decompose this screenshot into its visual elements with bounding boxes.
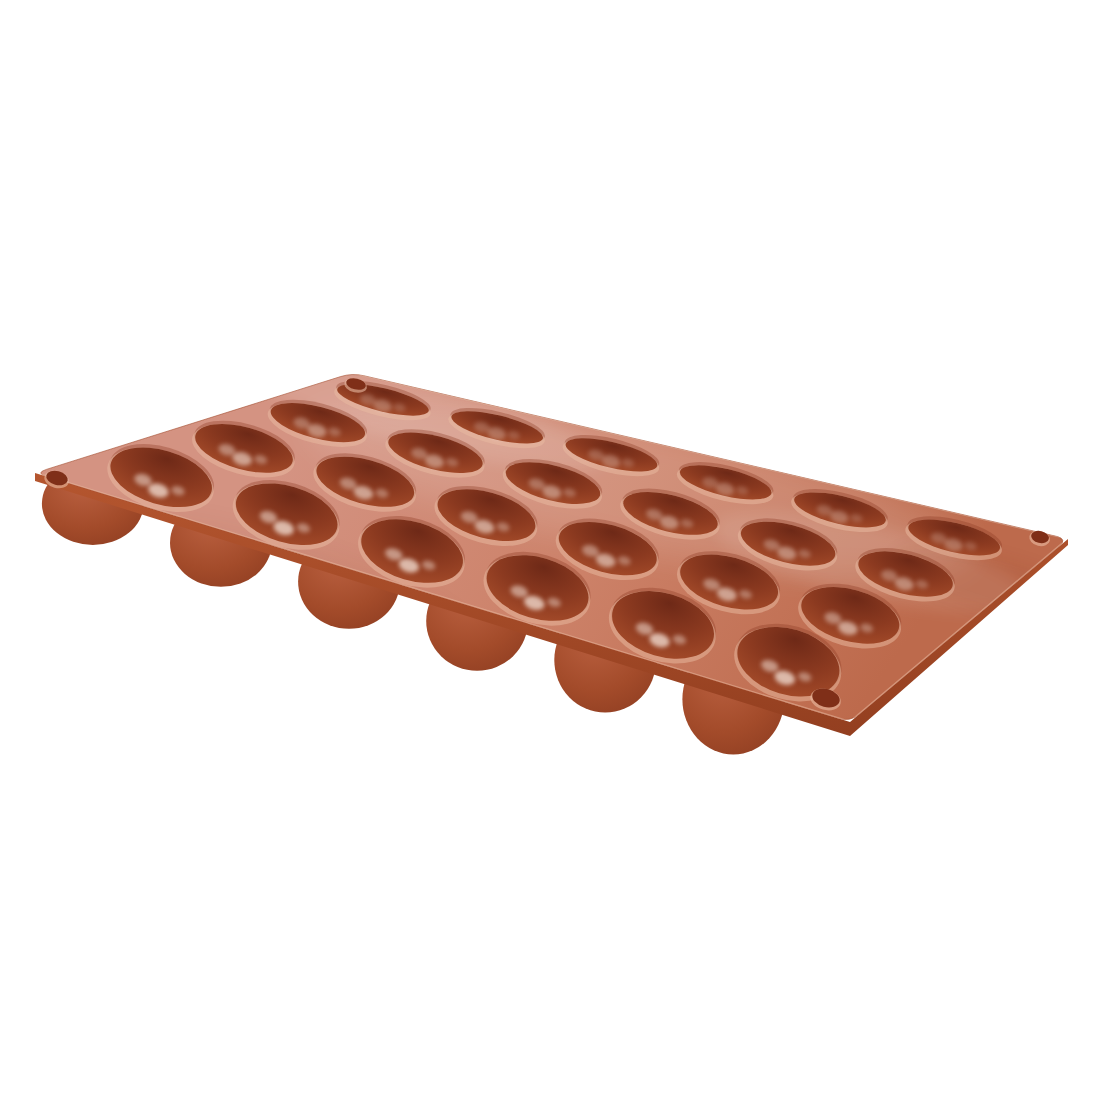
product-photo bbox=[0, 0, 1100, 1100]
product-photo-stage: Terracotta-coloured silicone baking moul… bbox=[0, 0, 1100, 1100]
